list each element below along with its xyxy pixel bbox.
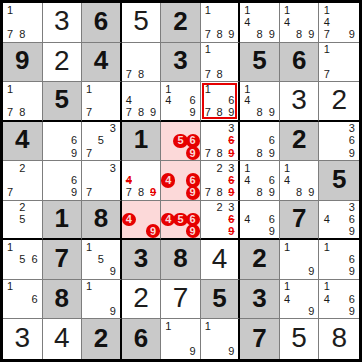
cell-r8c1[interactable]: 16	[3, 280, 43, 320]
cell-r8c7[interactable]: 3	[240, 280, 280, 320]
given-digit: 2	[161, 3, 200, 42]
cell-r8c2[interactable]: 8	[43, 280, 83, 320]
empty-slot	[320, 135, 333, 147]
empty-slot	[254, 162, 266, 174]
candidate-1: 1	[4, 4, 16, 16]
candidate-7: 7	[320, 68, 333, 80]
candidate-3: 3	[225, 162, 237, 174]
empty-slot	[95, 187, 107, 199]
solved-digit: 4	[201, 240, 239, 279]
cell-r8c6[interactable]: 5	[201, 280, 241, 320]
empty-slot	[135, 95, 147, 107]
cell-r4c1[interactable]: 4	[3, 122, 43, 162]
cell-r2c7[interactable]: 5	[240, 43, 280, 83]
empty-slot	[214, 320, 226, 333]
empty-slot	[68, 123, 80, 135]
candidate-6: 6	[266, 214, 278, 226]
cell-r5c8[interactable]: 1489	[280, 161, 320, 201]
cell-r1c7[interactable]: 1489	[240, 3, 280, 43]
candidate-4: 4	[320, 214, 333, 226]
candidate-9: 9	[68, 187, 80, 199]
solved-digit: 5	[280, 319, 319, 359]
given-digit: 8	[43, 280, 82, 319]
given-digit: 8	[161, 240, 200, 279]
empty-slot	[320, 266, 333, 278]
empty-slot	[202, 333, 214, 346]
cell-r6c6[interactable]: 2369	[201, 201, 241, 241]
candidate-3: 3	[107, 123, 119, 135]
cell-r9c4[interactable]: 6	[122, 319, 162, 359]
cell-r8c8[interactable]: 149	[280, 280, 320, 320]
cell-r4c5[interactable]: 569	[161, 122, 201, 162]
cell-r2c9[interactable]: 17	[319, 43, 359, 83]
empty-slot	[28, 266, 40, 278]
cell-r3c3[interactable]: 17	[82, 82, 122, 122]
candidate-grid: 178	[202, 44, 238, 81]
cell-r8c9[interactable]: 1469	[319, 280, 359, 320]
cell-r9c6[interactable]: 19	[201, 319, 241, 359]
candidate-8: 8	[135, 187, 147, 199]
empty-slot	[254, 16, 266, 28]
candidate-7: 7	[4, 28, 16, 40]
empty-slot	[345, 4, 358, 16]
empty-slot	[28, 95, 40, 107]
candidate-6: 6	[28, 254, 40, 266]
cell-r3c2[interactable]: 5	[43, 82, 83, 122]
empty-slot	[305, 293, 317, 305]
cell-r3c9[interactable]: 2	[319, 82, 359, 122]
empty-slot	[4, 162, 16, 174]
empty-slot	[56, 187, 68, 199]
eliminated-candidate-6: 6	[225, 135, 237, 147]
empty-slot	[202, 16, 214, 28]
empty-slot	[28, 162, 40, 174]
candidate-grid: 25	[4, 202, 41, 238]
empty-slot	[107, 107, 119, 119]
empty-slot	[174, 333, 186, 346]
empty-slot	[320, 56, 333, 68]
candidate-7: 7	[202, 187, 214, 199]
empty-slot	[83, 123, 95, 135]
empty-slot	[266, 4, 278, 16]
candidate-9: 9	[266, 107, 278, 119]
candidate-4: 4	[320, 293, 333, 305]
empty-slot	[4, 266, 16, 278]
cell-r6c9[interactable]: 3469	[319, 201, 359, 241]
candidate-8: 8	[16, 28, 28, 40]
empty-slot	[162, 333, 174, 346]
cell-r9c3[interactable]: 2	[82, 319, 122, 359]
empty-slot	[107, 293, 119, 305]
circled-candidate-4: 4	[122, 213, 136, 227]
candidate-1: 1	[202, 83, 214, 95]
candidate-4: 4	[162, 95, 174, 107]
candidate-4: 4	[281, 293, 293, 305]
empty-slot	[135, 214, 147, 226]
candidate-8: 8	[214, 68, 226, 80]
given-digit: 6	[280, 43, 319, 82]
empty-slot	[28, 187, 40, 199]
empty-slot	[135, 174, 147, 186]
empty-slot	[123, 83, 135, 95]
empty-slot	[107, 95, 119, 107]
empty-slot	[44, 174, 56, 186]
candidate-8: 8	[16, 107, 28, 119]
empty-slot	[345, 281, 358, 293]
solved-digit: 3	[43, 3, 82, 42]
empty-slot	[147, 83, 159, 95]
empty-slot	[56, 147, 68, 159]
cell-r8c3[interactable]: 19	[82, 280, 122, 320]
cell-r4c6[interactable]: 36789	[201, 122, 241, 162]
empty-slot	[333, 147, 346, 159]
cell-r7c9[interactable]: 169	[319, 240, 359, 280]
empty-slot	[28, 202, 40, 214]
empty-slot	[266, 162, 278, 174]
empty-slot	[202, 214, 214, 226]
cell-r9c8[interactable]: 5	[280, 319, 320, 359]
cell-r3c8[interactable]: 3	[280, 82, 320, 122]
empty-slot	[95, 281, 107, 293]
cell-r5c1[interactable]: 27	[3, 161, 43, 201]
empty-slot	[95, 174, 107, 186]
candidate-9: 9	[266, 147, 278, 159]
cell-r6c1[interactable]: 25	[3, 201, 43, 241]
cell-r1c2[interactable]: 3	[43, 3, 83, 43]
empty-slot	[254, 174, 266, 186]
cell-r5c2[interactable]: 69	[43, 161, 83, 201]
empty-slot	[202, 345, 214, 358]
cell-r3c5[interactable]: 1469	[161, 82, 201, 122]
empty-slot	[305, 16, 317, 28]
candidate-grid: 357	[83, 123, 119, 160]
cell-r2c4[interactable]: 78	[122, 43, 162, 83]
empty-slot	[333, 266, 346, 278]
cell-r7c1[interactable]: 156	[3, 240, 43, 280]
empty-slot	[16, 305, 28, 317]
sudoku-board: 1783652178914891489147992478317856171785…	[0, 0, 362, 362]
empty-slot	[16, 293, 28, 305]
empty-slot	[68, 162, 80, 174]
cell-r7c5[interactable]: 8	[161, 240, 201, 280]
candidate-1: 1	[320, 241, 333, 253]
empty-slot	[281, 266, 293, 278]
cell-r1c5[interactable]: 2	[161, 3, 201, 43]
empty-slot	[107, 187, 119, 199]
empty-slot	[147, 68, 159, 80]
cell-r5c9[interactable]: 5	[319, 161, 359, 201]
empty-slot	[16, 281, 28, 293]
empty-slot	[333, 4, 346, 16]
empty-slot	[4, 214, 16, 226]
empty-slot	[123, 202, 135, 214]
cell-r6c3[interactable]: 8	[82, 201, 122, 241]
candidate-grid: 14689	[241, 162, 278, 199]
cell-r6c2[interactable]: 1	[43, 201, 83, 241]
empty-slot	[241, 225, 253, 237]
empty-slot	[16, 16, 28, 28]
candidate-9: 9	[345, 266, 358, 278]
empty-slot	[16, 83, 28, 95]
candidate-1: 1	[162, 320, 174, 333]
candidate-1: 1	[281, 4, 293, 16]
cell-r2c5[interactable]: 3	[161, 43, 201, 83]
cell-r2c3[interactable]: 4	[82, 43, 122, 83]
empty-slot	[305, 254, 317, 266]
empty-slot	[83, 293, 95, 305]
candidate-grid: 3469	[320, 202, 358, 238]
candidate-6: 6	[345, 214, 358, 226]
empty-slot	[174, 345, 186, 358]
empty-slot	[4, 225, 16, 237]
circled-candidate-9: 9	[186, 224, 200, 238]
candidate-9: 9	[266, 187, 278, 199]
circled-candidate-9: 9	[146, 224, 160, 238]
cell-r9c9[interactable]: 8	[319, 319, 359, 359]
candidate-9: 9	[147, 107, 159, 119]
candidate-grid: 178	[4, 83, 41, 119]
empty-slot	[107, 281, 119, 293]
empty-slot	[4, 202, 16, 214]
empty-slot	[214, 225, 226, 237]
cell-r7c4[interactable]: 3	[122, 240, 162, 280]
cell-r6c5[interactable]: 4569	[161, 201, 201, 241]
empty-slot	[320, 225, 333, 237]
empty-slot	[241, 187, 253, 199]
cell-r1c3[interactable]: 6	[82, 3, 122, 43]
cell-r3c1[interactable]: 178	[3, 82, 43, 122]
candidate-grid: 169	[320, 241, 358, 278]
cell-r4c9[interactable]: 369	[319, 122, 359, 162]
empty-slot	[107, 83, 119, 95]
cell-r7c8[interactable]: 19	[280, 240, 320, 280]
cell-r3c7[interactable]: 1489	[240, 82, 280, 122]
candidate-grid: 149	[281, 281, 318, 318]
empty-slot	[214, 135, 226, 147]
empty-slot	[333, 254, 346, 266]
cell-r1c8[interactable]: 1489	[280, 3, 320, 43]
candidate-1: 1	[241, 162, 253, 174]
empty-slot	[333, 16, 346, 28]
candidate-grid: 156	[4, 241, 41, 278]
cell-r7c7[interactable]: 2	[240, 240, 280, 280]
empty-slot	[174, 162, 186, 174]
empty-slot	[56, 135, 68, 147]
candidate-9: 9	[107, 305, 119, 317]
candidate-9: 9	[266, 225, 278, 237]
circled-candidate-4: 4	[161, 173, 175, 187]
candidate-grid: 4789	[123, 162, 160, 199]
empty-slot	[123, 44, 135, 56]
candidate-1: 1	[281, 241, 293, 253]
empty-slot	[202, 56, 214, 68]
empty-slot	[333, 56, 346, 68]
candidate-2: 2	[16, 202, 28, 214]
cell-r5c7[interactable]: 14689	[240, 161, 280, 201]
empty-slot	[107, 241, 119, 253]
candidate-6: 6	[266, 174, 278, 186]
cell-r5c5[interactable]: 469	[161, 161, 201, 201]
empty-slot	[162, 225, 174, 237]
candidate-grid: 1789	[202, 4, 238, 41]
empty-slot	[333, 281, 346, 293]
cell-r6c4[interactable]: 49	[122, 201, 162, 241]
given-digit: 4	[3, 122, 42, 161]
candidate-7: 7	[83, 107, 95, 119]
eliminated-candidate-9: 9	[225, 147, 237, 159]
empty-slot	[333, 241, 346, 253]
candidate-3: 3	[345, 202, 358, 214]
empty-slot	[56, 162, 68, 174]
candidate-grid: 16789	[202, 83, 238, 119]
empty-slot	[56, 174, 68, 186]
cell-r7c3[interactable]: 159	[82, 240, 122, 280]
candidate-6: 6	[345, 293, 358, 305]
cell-r3c4[interactable]: 4789	[122, 82, 162, 122]
empty-slot	[202, 202, 214, 214]
cell-r1c4[interactable]: 5	[122, 3, 162, 43]
empty-slot	[225, 320, 237, 333]
cell-r6c7[interactable]: 469	[240, 201, 280, 241]
empty-slot	[107, 147, 119, 159]
candidate-5: 5	[95, 135, 107, 147]
empty-slot	[135, 83, 147, 95]
candidate-1: 1	[281, 162, 293, 174]
cell-r7c6[interactable]: 4	[201, 240, 241, 280]
empty-slot	[214, 44, 226, 56]
empty-slot	[320, 147, 333, 159]
empty-slot	[16, 266, 28, 278]
cell-r2c6[interactable]: 178	[201, 43, 241, 83]
cell-r4c8[interactable]: 2	[280, 122, 320, 162]
empty-slot	[305, 174, 317, 186]
cell-r9c7[interactable]: 7	[240, 319, 280, 359]
empty-slot	[333, 214, 346, 226]
candidate-1: 1	[202, 44, 214, 56]
empty-slot	[281, 305, 293, 317]
given-digit: 7	[240, 319, 279, 359]
cell-r4c3[interactable]: 357	[82, 122, 122, 162]
given-digit: 8	[82, 201, 120, 239]
cell-r9c1[interactable]: 3	[3, 319, 43, 359]
cell-r2c1[interactable]: 9	[3, 43, 43, 83]
empty-slot	[147, 162, 159, 174]
empty-slot	[333, 123, 346, 135]
candidate-1: 1	[241, 83, 253, 95]
given-digit: 5	[319, 161, 359, 200]
empty-slot	[266, 83, 278, 95]
empty-slot	[147, 44, 159, 56]
empty-slot	[135, 202, 147, 214]
candidate-9: 9	[187, 107, 199, 119]
empty-slot	[345, 56, 358, 68]
empty-slot	[293, 16, 305, 28]
cell-r7c2[interactable]: 7	[43, 240, 83, 280]
cell-r1c1[interactable]: 178	[3, 3, 43, 43]
solved-digit: 4	[43, 319, 82, 359]
empty-slot	[305, 4, 317, 16]
cell-r3c6[interactable]: 16789	[201, 82, 241, 122]
candidate-5: 5	[95, 254, 107, 266]
candidate-9: 9	[305, 28, 317, 40]
cell-r9c5[interactable]: 19	[161, 319, 201, 359]
candidate-7: 7	[123, 68, 135, 80]
candidate-1: 1	[281, 281, 293, 293]
given-digit: 3	[240, 280, 279, 319]
empty-slot	[107, 174, 119, 186]
empty-slot	[187, 320, 199, 333]
cell-r4c7[interactable]: 689	[240, 122, 280, 162]
candidate-6: 6	[187, 95, 199, 107]
empty-slot	[174, 187, 186, 199]
empty-slot	[333, 305, 346, 317]
cell-r8c5[interactable]: 7	[161, 280, 201, 320]
candidate-4: 4	[241, 95, 253, 107]
candidate-1: 1	[162, 83, 174, 95]
candidate-grid: 569	[162, 123, 199, 160]
empty-slot	[281, 187, 293, 199]
empty-slot	[214, 95, 226, 107]
cell-r1c9[interactable]: 1479	[319, 3, 359, 43]
candidate-2: 2	[214, 202, 226, 214]
empty-slot	[174, 147, 186, 159]
cell-r5c4[interactable]: 4789	[122, 161, 162, 201]
empty-slot	[135, 162, 147, 174]
candidate-5: 5	[16, 214, 28, 226]
empty-slot	[95, 147, 107, 159]
candidate-grid: 19	[281, 241, 318, 278]
cell-r5c6[interactable]: 236789	[201, 161, 241, 201]
candidate-8: 8	[135, 68, 147, 80]
empty-slot	[225, 56, 237, 68]
candidate-8: 8	[214, 187, 226, 199]
candidate-9: 9	[225, 28, 237, 40]
candidate-7: 7	[202, 107, 214, 119]
candidate-1: 1	[320, 4, 333, 16]
given-digit: 2	[240, 240, 279, 279]
empty-slot	[241, 135, 253, 147]
cell-r8c4[interactable]: 2	[122, 280, 162, 320]
candidate-7: 7	[123, 107, 135, 119]
empty-slot	[320, 305, 333, 317]
empty-slot	[95, 107, 107, 119]
empty-slot	[123, 225, 135, 237]
cell-r4c4[interactable]: 1	[122, 122, 162, 162]
candidate-3: 3	[345, 123, 358, 135]
candidate-6: 6	[68, 174, 80, 186]
cell-r2c2[interactable]: 2	[43, 43, 83, 83]
empty-slot	[254, 95, 266, 107]
cell-r6c8[interactable]: 7	[280, 201, 320, 241]
empty-slot	[83, 266, 95, 278]
cell-r4c2[interactable]: 69	[43, 122, 83, 162]
empty-slot	[162, 147, 174, 159]
empty-slot	[162, 202, 174, 214]
cell-r5c3[interactable]: 37	[82, 161, 122, 201]
empty-slot	[44, 147, 56, 159]
cell-r1c6[interactable]: 1789	[201, 3, 241, 43]
empty-slot	[28, 174, 40, 186]
empty-slot	[44, 135, 56, 147]
cell-r9c2[interactable]: 4	[43, 319, 83, 359]
empty-slot	[293, 293, 305, 305]
cell-r2c8[interactable]: 6	[280, 43, 320, 83]
given-digit: 7	[280, 201, 319, 239]
given-digit: 7	[43, 240, 82, 279]
empty-slot	[135, 44, 147, 56]
empty-slot	[187, 333, 199, 346]
empty-slot	[56, 123, 68, 135]
